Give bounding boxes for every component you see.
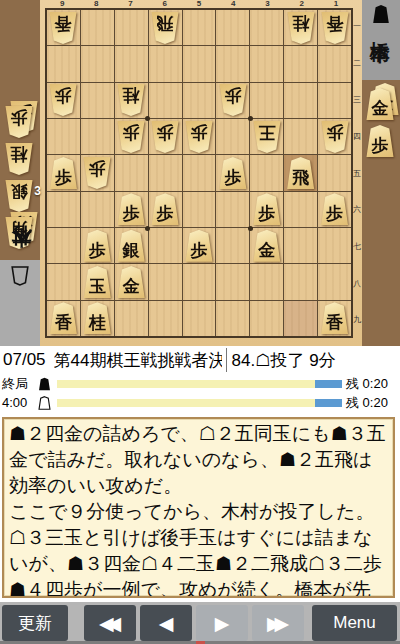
board-square bbox=[183, 83, 216, 118]
step-forward-button[interactable]: ▶ bbox=[196, 605, 248, 641]
navigation-button-bar: 更新◀◀◀▶▶▶Menu bbox=[0, 602, 400, 644]
board-square: 歩 bbox=[250, 192, 283, 227]
forward-arrow-icon: ▶ bbox=[215, 614, 230, 633]
board-square: 歩 bbox=[183, 228, 216, 263]
board-square bbox=[149, 264, 182, 299]
shogi-piece-歩: 歩 bbox=[184, 121, 214, 153]
board-square: 歩 bbox=[149, 192, 182, 227]
update-button[interactable]: 更新 bbox=[2, 605, 68, 641]
shogi-piece-玉: 玉 bbox=[82, 266, 112, 298]
board-square: 歩 bbox=[183, 119, 216, 154]
board-square bbox=[284, 46, 317, 81]
file-label: 9 bbox=[45, 0, 79, 8]
file-label: 6 bbox=[148, 0, 182, 8]
board-square bbox=[115, 10, 148, 45]
board-square bbox=[250, 46, 283, 81]
sente-clock-row: 終局 残 0:20 bbox=[0, 374, 400, 393]
board-square: 歩 bbox=[318, 192, 351, 227]
gote-player-name: 木村 bbox=[7, 260, 34, 264]
shogi-piece-歩: 歩 bbox=[116, 121, 146, 153]
sente-player-name: 橋本 bbox=[368, 26, 395, 30]
file-label: 8 bbox=[79, 0, 113, 8]
shogi-piece-金: 金 bbox=[116, 266, 146, 298]
shogi-piece-歩: 歩 bbox=[218, 84, 248, 116]
gote-captured-pieces: 歩歩桂銀3角角 bbox=[4, 104, 38, 252]
fast-rewind-button[interactable]: ◀◀ bbox=[84, 605, 136, 641]
board-square bbox=[216, 46, 249, 81]
board-square bbox=[149, 46, 182, 81]
shogi-piece-金: 金 bbox=[252, 230, 282, 262]
captured-piece-歩: 歩歩 bbox=[4, 104, 38, 137]
rank-label: 二 bbox=[352, 45, 362, 82]
board-square: 飛 bbox=[284, 155, 317, 190]
board-square bbox=[250, 83, 283, 118]
board-square bbox=[284, 119, 317, 154]
board-square bbox=[250, 264, 283, 299]
board-square: 桂 bbox=[115, 83, 148, 118]
file-label: 5 bbox=[182, 0, 216, 8]
board-wood: 987654321 一二三四五六七八九 香飛桂香歩桂歩歩歩歩王歩歩歩歩飛歩歩歩歩… bbox=[40, 0, 362, 346]
board-square bbox=[183, 155, 216, 190]
gote-name-plate: 木村 bbox=[0, 260, 40, 346]
board-square bbox=[250, 301, 283, 336]
board-square bbox=[216, 192, 249, 227]
board-square bbox=[81, 119, 114, 154]
file-label: 7 bbox=[113, 0, 147, 8]
captured-piece-歩: 歩 bbox=[365, 123, 399, 156]
board-square bbox=[318, 155, 351, 190]
board-square bbox=[115, 155, 148, 190]
board-square bbox=[318, 228, 351, 263]
board-square bbox=[318, 83, 351, 118]
shogi-piece-歩: 歩 bbox=[320, 193, 350, 225]
board-square bbox=[47, 119, 80, 154]
gote-time-bar bbox=[57, 399, 342, 407]
captured-count: 3 bbox=[34, 184, 41, 198]
board-square bbox=[216, 301, 249, 336]
shogi-piece-歩: 歩 bbox=[252, 193, 282, 225]
shogi-piece-飛: 飛 bbox=[150, 12, 180, 44]
rank-label: 五 bbox=[352, 155, 362, 192]
board-square bbox=[318, 264, 351, 299]
shogi-piece-歩: 歩 bbox=[150, 121, 180, 153]
board-square: 歩 bbox=[149, 119, 182, 154]
sente-captured-pieces: 金金歩 bbox=[365, 86, 399, 160]
shogi-piece-歩: 歩 bbox=[150, 193, 180, 225]
back-arrow-icon: ◀ bbox=[159, 614, 174, 633]
black-shogi-piece-icon bbox=[38, 377, 51, 391]
rank-label: 三 bbox=[352, 81, 362, 118]
board-square bbox=[81, 192, 114, 227]
board-square bbox=[183, 46, 216, 81]
board-square bbox=[284, 83, 317, 118]
shogi-app-screen: 歩歩桂銀3角角 木村 987654321 一二三四五六七八九 香飛桂香歩桂歩歩歩… bbox=[0, 0, 400, 644]
board-square: 銀 bbox=[115, 228, 148, 263]
sente-name-plate: 橋本 bbox=[362, 0, 400, 80]
gote-hand-tray: 歩歩桂銀3角角 木村 bbox=[0, 0, 40, 346]
board-square bbox=[115, 46, 148, 81]
board-square bbox=[284, 264, 317, 299]
hoshi-dot bbox=[248, 116, 253, 121]
forward-arrow-icon: ▶ bbox=[275, 614, 290, 633]
menu-button[interactable]: Menu bbox=[312, 605, 397, 641]
shogi-piece-歩: 歩 bbox=[82, 230, 112, 262]
board-square bbox=[149, 155, 182, 190]
shogi-piece-香: 香 bbox=[48, 302, 78, 334]
rank-labels: 一二三四五六七八九 bbox=[352, 8, 362, 338]
fast-forward-button[interactable]: ▶▶ bbox=[252, 605, 304, 641]
sente-time-bar bbox=[57, 380, 342, 388]
file-label: 4 bbox=[216, 0, 250, 8]
shogi-piece-歩: 歩 bbox=[48, 157, 78, 189]
board-square bbox=[149, 83, 182, 118]
sente-clock-label: 終局 bbox=[2, 375, 36, 393]
shogi-piece-歩: 歩 bbox=[48, 84, 78, 116]
shogi-piece-銀: 銀 bbox=[116, 230, 146, 262]
file-label: 1 bbox=[319, 0, 353, 8]
shogi-piece-歩: 歩 bbox=[320, 121, 350, 153]
captured-piece-銀: 銀3 bbox=[4, 178, 38, 211]
sente-hand-tray: 橋本 金金歩 bbox=[362, 0, 400, 346]
board-square: 香 bbox=[318, 10, 351, 45]
board-square bbox=[284, 228, 317, 263]
board-square: 歩 bbox=[318, 119, 351, 154]
gote-remaining-time: 残 0:20 bbox=[346, 394, 398, 412]
board-square: 飛 bbox=[149, 10, 182, 45]
shogi-piece-香: 香 bbox=[320, 302, 350, 334]
board-square: 歩 bbox=[115, 192, 148, 227]
board-square bbox=[47, 228, 80, 263]
board-square bbox=[81, 10, 114, 45]
rank-label: 四 bbox=[352, 118, 362, 155]
event-title: 第44期棋王戦挑戦者決 bbox=[54, 349, 222, 372]
file-label: 3 bbox=[250, 0, 284, 8]
board-square: 金 bbox=[115, 264, 148, 299]
board-square bbox=[216, 264, 249, 299]
board-square bbox=[47, 46, 80, 81]
back-arrow-icon: ◀ bbox=[107, 614, 122, 633]
board-square: 歩 bbox=[216, 83, 249, 118]
shogi-piece-香: 香 bbox=[320, 12, 350, 44]
board-square: 玉 bbox=[81, 264, 114, 299]
game-info-bar: 07/05 第44期棋王戦挑戦者決 84.☖投了 9分 bbox=[0, 346, 400, 374]
shogi-piece-香: 香 bbox=[48, 12, 78, 44]
board-square bbox=[216, 228, 249, 263]
commentary-text-panel[interactable]: ☗２四金の詰めろで、☖２五同玉にも☗３五金で詰みだ。取れないのなら、☗２五飛は効… bbox=[2, 417, 395, 598]
board-square bbox=[81, 46, 114, 81]
board-square: 歩 bbox=[81, 228, 114, 263]
rank-label: 九 bbox=[352, 301, 362, 338]
rank-label: 七 bbox=[352, 228, 362, 265]
gote-clock-label: 4:00 bbox=[2, 395, 36, 410]
info-divider bbox=[226, 348, 227, 372]
shogi-piece-歩: 歩 bbox=[116, 193, 146, 225]
shogi-piece-飛: 飛 bbox=[286, 157, 316, 189]
board-square bbox=[284, 192, 317, 227]
board-square bbox=[284, 301, 317, 336]
shogi-piece-桂: 桂 bbox=[116, 84, 146, 116]
hoshi-dot bbox=[248, 226, 253, 231]
board-square bbox=[318, 46, 351, 81]
black-shogi-piece-icon bbox=[372, 4, 390, 24]
shogi-piece-王: 王 bbox=[252, 121, 282, 153]
white-shogi-piece-icon bbox=[11, 266, 29, 286]
board-square bbox=[183, 10, 216, 45]
board-square bbox=[47, 264, 80, 299]
board-square bbox=[216, 119, 249, 154]
board-square: 歩 bbox=[47, 83, 80, 118]
board-square bbox=[115, 301, 148, 336]
board-square bbox=[216, 10, 249, 45]
shogi-piece-桂: 桂 bbox=[286, 12, 316, 44]
board-square: 金 bbox=[250, 228, 283, 263]
shogi-piece-歩: 歩 bbox=[218, 157, 248, 189]
board-square bbox=[81, 83, 114, 118]
last-move-info: 84.☖投了 9分 bbox=[232, 349, 336, 372]
captured-piece-桂: 桂 bbox=[4, 141, 38, 174]
board-square: 香 bbox=[47, 10, 80, 45]
gote-clock-row: 4:00 残 0:20 bbox=[0, 393, 400, 412]
rank-label: 八 bbox=[352, 265, 362, 302]
board-square: 桂 bbox=[284, 10, 317, 45]
board-square bbox=[47, 192, 80, 227]
hoshi-dot bbox=[145, 116, 150, 121]
game-date: 07/05 bbox=[3, 350, 46, 370]
board-square: 桂 bbox=[81, 301, 114, 336]
board-square bbox=[149, 228, 182, 263]
board-zone: 歩歩桂銀3角角 木村 987654321 一二三四五六七八九 香飛桂香歩桂歩歩歩… bbox=[0, 0, 400, 346]
board-square: 歩 bbox=[115, 119, 148, 154]
step-back-button[interactable]: ◀ bbox=[140, 605, 192, 641]
shogi-board: 香飛桂香歩桂歩歩歩歩王歩歩歩歩飛歩歩歩歩歩銀歩金玉金香桂香 bbox=[45, 8, 353, 338]
white-shogi-piece-icon bbox=[38, 396, 51, 410]
board-square bbox=[183, 192, 216, 227]
captured-piece-角: 角角 bbox=[4, 215, 38, 248]
file-label: 2 bbox=[285, 0, 319, 8]
board-square bbox=[183, 301, 216, 336]
rank-label: 一 bbox=[352, 8, 362, 45]
sente-remaining-time: 残 0:20 bbox=[346, 375, 398, 393]
board-square bbox=[149, 301, 182, 336]
board-square: 歩 bbox=[47, 155, 80, 190]
board-square bbox=[250, 10, 283, 45]
board-square: 歩 bbox=[81, 155, 114, 190]
shogi-piece-桂: 桂 bbox=[82, 302, 112, 334]
board-square bbox=[183, 264, 216, 299]
shogi-piece-歩: 歩 bbox=[82, 157, 112, 189]
captured-piece-金: 金金 bbox=[365, 86, 399, 119]
board-square: 王 bbox=[250, 119, 283, 154]
shogi-piece-歩: 歩 bbox=[184, 230, 214, 262]
rank-label: 六 bbox=[352, 191, 362, 228]
board-square bbox=[250, 155, 283, 190]
board-square: 歩 bbox=[216, 155, 249, 190]
board-square: 香 bbox=[318, 301, 351, 336]
hoshi-dot bbox=[145, 226, 150, 231]
board-square: 香 bbox=[47, 301, 80, 336]
file-labels: 987654321 bbox=[45, 0, 353, 8]
